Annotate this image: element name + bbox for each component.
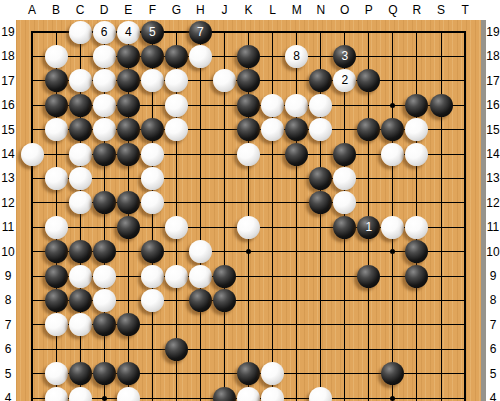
stone-white-B5 [45,362,68,385]
move-number-2: 2 [333,69,356,92]
coordinate-label-top-H: H [196,2,205,18]
stone-white-B15 [45,118,68,141]
stone-black-C8 [69,289,92,312]
coordinate-label-top-S: S [437,2,445,18]
stone-black-C5 [69,362,92,385]
coordinate-label-top-L: L [269,2,276,18]
stone-black-E18 [117,45,140,68]
stone-black-G6 [165,338,188,361]
stone-black-M14 [285,143,308,166]
coordinate-label-left-4: 4 [0,391,16,401]
stone-black-B10 [45,240,68,263]
grid-line-vertical-S [441,31,442,401]
stone-white-L5 [261,362,284,385]
stone-black-R9 [405,265,428,288]
stone-black-R10 [405,240,428,263]
stone-black-O14 [333,143,356,166]
stone-white-H18 [189,45,212,68]
coordinate-label-top-A: A [28,2,36,18]
star-point-Q10 [390,249,395,254]
coordinate-label-top-D: D [100,2,109,18]
stone-white-N16 [309,94,332,117]
stone-white-O12 [333,191,356,214]
stone-black-K16 [237,94,260,117]
stone-white-F13 [141,167,164,190]
stone-white-F8 [141,289,164,312]
stone-white-K11 [237,216,260,239]
coordinate-label-right-13: 13 [485,171,500,185]
coordinate-label-right-14: 14 [485,147,500,161]
stone-white-D19: 6 [93,21,116,44]
stone-black-B9 [45,265,68,288]
stone-black-F18 [141,45,164,68]
coordinate-label-left-11: 11 [0,220,16,234]
coordinate-label-right-19: 19 [485,25,500,39]
stone-white-D16 [93,94,116,117]
stone-white-F12 [141,191,164,214]
stone-white-K4 [237,387,260,401]
stone-white-C9 [69,265,92,288]
stone-black-E5 [117,362,140,385]
stone-black-C15 [69,118,92,141]
stone-white-D17 [93,69,116,92]
stone-white-G16 [165,94,188,117]
stone-black-D12 [93,191,116,214]
stone-white-G9 [165,265,188,288]
coordinate-label-left-19: 19 [0,25,16,39]
coordinate-label-left-12: 12 [0,196,16,210]
stone-black-P17 [357,69,380,92]
coordinate-label-left-9: 9 [0,269,16,283]
coordinate-label-left-15: 15 [0,123,16,137]
stone-white-D15 [93,118,116,141]
move-number-4: 4 [117,21,140,44]
stone-white-B4 [45,387,68,401]
stone-black-R16 [405,94,428,117]
coordinate-label-top-C: C [76,2,85,18]
grid-line-vertical-A [31,31,33,401]
grid-line-vertical-M [296,31,297,401]
stone-white-B18 [45,45,68,68]
grid-line-horizontal-13 [31,178,466,179]
stone-black-F15 [141,118,164,141]
coordinate-label-right-11: 11 [485,220,500,234]
coordinate-label-top-O: O [340,2,349,18]
stone-black-P15 [357,118,380,141]
coordinate-label-right-16: 16 [485,98,500,112]
stone-black-D10 [93,240,116,263]
stone-white-F9 [141,265,164,288]
stone-black-K15 [237,118,260,141]
coordinate-label-left-6: 6 [0,342,16,356]
stone-black-G18 [165,45,188,68]
stone-black-K5 [237,362,260,385]
star-point-D4 [102,396,107,401]
stone-black-F19: 5 [141,21,164,44]
stone-black-E17 [117,69,140,92]
stone-white-O13 [333,167,356,190]
stone-white-R15 [405,118,428,141]
stone-black-C16 [69,94,92,117]
stone-white-C19 [69,21,92,44]
coordinate-label-left-10: 10 [0,245,16,259]
stone-white-D8 [93,289,116,312]
coordinate-label-left-14: 14 [0,147,16,161]
stone-black-D14 [93,143,116,166]
coordinate-label-top-N: N [316,2,325,18]
coordinate-label-top-J: J [221,2,227,18]
stone-white-N15 [309,118,332,141]
stone-white-L15 [261,118,284,141]
stone-white-C4 [69,387,92,401]
coordinate-label-right-4: 4 [485,391,500,401]
stone-white-H10 [189,240,212,263]
move-number-5: 5 [141,21,164,44]
stone-black-E16 [117,94,140,117]
star-point-Q16 [390,103,395,108]
stone-white-F14 [141,143,164,166]
coordinate-label-left-17: 17 [0,74,16,88]
coordinate-label-left-13: 13 [0,171,16,185]
coordinate-label-right-10: 10 [485,245,500,259]
coordinate-label-top-E: E [124,2,132,18]
stone-white-Q11 [381,216,404,239]
stone-black-N13 [309,167,332,190]
stone-white-Q14 [381,143,404,166]
coordinate-label-right-7: 7 [485,318,500,332]
stone-black-E15 [117,118,140,141]
stone-black-N17 [309,69,332,92]
stone-white-A14 [21,143,44,166]
coordinate-label-left-8: 8 [0,293,16,307]
stone-white-B13 [45,167,68,190]
stone-white-M16 [285,94,308,117]
stone-black-H8 [189,289,212,312]
stone-white-M18: 8 [285,45,308,68]
stone-black-P11: 1 [357,216,380,239]
stone-white-N4 [309,387,332,401]
stone-black-J9 [213,265,236,288]
stone-white-E4 [117,387,140,401]
stone-white-K14 [237,143,260,166]
coordinate-label-top-T: T [461,2,468,18]
stone-black-D5 [93,362,116,385]
stone-white-O17: 2 [333,69,356,92]
stone-white-D9 [93,265,116,288]
stone-black-N12 [309,191,332,214]
stone-white-B11 [45,216,68,239]
star-point-K10 [246,249,251,254]
coordinate-label-right-15: 15 [485,123,500,137]
stone-black-Q5 [381,362,404,385]
star-point-Q4 [390,396,395,401]
stone-black-J8 [213,289,236,312]
stone-black-E7 [117,313,140,336]
stone-white-B7 [45,313,68,336]
move-number-1: 1 [357,216,380,239]
stone-white-C14 [69,143,92,166]
coordinate-label-left-5: 5 [0,367,16,381]
move-number-8: 8 [285,45,308,68]
coordinate-label-top-R: R [413,2,422,18]
move-number-6: 6 [93,21,116,44]
stone-black-K17 [237,69,260,92]
stone-white-R11 [405,216,428,239]
stone-white-J17 [213,69,236,92]
stone-white-C12 [69,191,92,214]
stone-white-D18 [93,45,116,68]
coordinate-label-right-12: 12 [485,196,500,210]
stone-black-P9 [357,265,380,288]
move-number-3: 3 [333,45,356,68]
grid-line-vertical-T [464,31,466,401]
goban[interactable]: 64578321 [16,20,481,401]
coordinate-label-left-18: 18 [0,49,16,63]
stone-black-H19: 7 [189,21,212,44]
stone-white-F17 [141,69,164,92]
coordinate-label-top-Q: Q [388,2,397,18]
stone-black-K18 [237,45,260,68]
stone-black-E12 [117,191,140,214]
stone-white-C13 [69,167,92,190]
stone-white-G17 [165,69,188,92]
coordinate-label-right-17: 17 [485,74,500,88]
stone-white-G11 [165,216,188,239]
stone-black-C10 [69,240,92,263]
grid-line-vertical-H [200,31,201,401]
move-number-7: 7 [189,21,212,44]
stone-white-H9 [189,265,212,288]
stone-black-E14 [117,143,140,166]
coordinate-label-right-9: 9 [485,269,500,283]
coordinate-label-top-P: P [365,2,373,18]
stone-black-B17 [45,69,68,92]
stone-black-F10 [141,240,164,263]
coordinate-label-left-16: 16 [0,98,16,112]
stone-white-C7 [69,313,92,336]
stone-black-S16 [430,94,453,117]
coordinate-label-right-8: 8 [485,293,500,307]
stone-black-O18: 3 [333,45,356,68]
stone-white-E19: 4 [117,21,140,44]
coordinate-label-right-6: 6 [485,342,500,356]
coordinate-label-top-F: F [149,2,156,18]
coordinate-label-right-5: 5 [485,367,500,381]
coordinate-label-top-K: K [245,2,253,18]
stone-black-D7 [93,313,116,336]
coordinate-label-top-G: G [172,2,181,18]
stone-white-L16 [261,94,284,117]
stone-black-M15 [285,118,308,141]
stone-white-L4 [261,387,284,401]
stone-white-C17 [69,69,92,92]
coordinate-label-top-M: M [292,2,302,18]
grid-line-vertical-L [272,31,273,401]
coordinate-label-left-7: 7 [0,318,16,332]
stone-black-J4 [213,387,236,401]
go-app-window: 64578321 ABCDEFGHJKLMNOPQRST 19181716151… [0,0,500,401]
stone-black-O11 [333,216,356,239]
stone-black-Q15 [381,118,404,141]
stone-black-B8 [45,289,68,312]
stone-white-G15 [165,118,188,141]
stone-black-E11 [117,216,140,239]
grid-line-horizontal-6 [31,349,466,350]
stone-white-R14 [405,143,428,166]
coordinate-label-top-B: B [52,2,60,18]
coordinate-label-right-18: 18 [485,49,500,63]
stone-black-B16 [45,94,68,117]
